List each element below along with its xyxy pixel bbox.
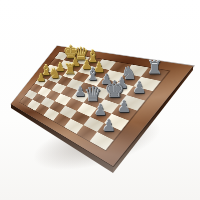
chess-set-photo: ♚♛♝♟♟♟♟♜♝♞♟♜♞♝♟♟♟♚♟♛♟♟♟ (0, 0, 200, 200)
